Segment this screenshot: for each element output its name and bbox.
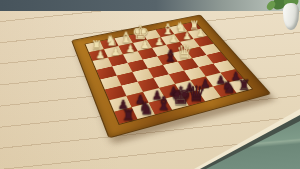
black-rook[interactable]: ♜ — [238, 78, 251, 92]
square-e2[interactable]: ♟ — [133, 40, 152, 51]
square-f2[interactable]: ♟ — [119, 43, 138, 54]
square-a4[interactable] — [200, 44, 220, 55]
black-knight[interactable]: ♞ — [221, 80, 236, 96]
black-bishop[interactable]: ♝ — [155, 95, 171, 113]
black-bishop[interactable]: ♝ — [163, 48, 177, 64]
white-pawn[interactable]: ♟ — [196, 28, 205, 38]
vase — [283, 3, 299, 30]
background-wall — [0, 0, 300, 11]
white-queen[interactable]: ♛ — [177, 42, 194, 61]
square-g3[interactable] — [108, 54, 128, 66]
white-pawn[interactable]: ♟ — [111, 46, 121, 57]
black-knight[interactable]: ♞ — [138, 100, 154, 117]
white-pawn[interactable]: ♟ — [126, 43, 135, 54]
black-rook[interactable]: ♜ — [122, 107, 136, 122]
black-king[interactable]: ♚ — [170, 85, 191, 109]
photo-scene: ♜♞♝♚♝♞♜♟♟♟♟♟♟♟♟♝♛♟♟♟♟♟♟♟♟♜♞♝♚♛♞♜ — [0, 0, 300, 169]
chess-board-frame: ♜♞♝♚♝♞♜♟♟♟♟♟♟♟♟♝♛♟♟♟♟♟♟♟♟♜♞♝♚♛♞♜ — [71, 14, 271, 138]
square-h8[interactable]: ♜ — [114, 107, 137, 124]
white-pawn[interactable]: ♟ — [140, 40, 149, 50]
square-g2[interactable]: ♟ — [104, 46, 123, 57]
square-h2[interactable]: ♟ — [89, 49, 108, 61]
white-pawn[interactable]: ♟ — [96, 49, 106, 60]
